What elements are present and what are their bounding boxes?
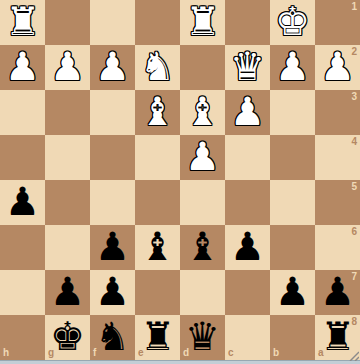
- piece-black-bishop[interactable]: ♝: [185, 224, 220, 269]
- square-a4[interactable]: 4: [315, 135, 360, 180]
- square-a5[interactable]: 5: [315, 180, 360, 225]
- square-c8[interactable]: c: [225, 315, 270, 360]
- square-b6[interactable]: [270, 225, 315, 270]
- piece-white-pawn[interactable]: ♟: [50, 44, 85, 89]
- square-c2[interactable]: ♛: [225, 45, 270, 90]
- piece-black-pawn[interactable]: ♟: [230, 224, 265, 269]
- square-h6[interactable]: [0, 225, 45, 270]
- square-g6[interactable]: [45, 225, 90, 270]
- square-e5[interactable]: [135, 180, 180, 225]
- square-a7[interactable]: ♟7: [315, 270, 360, 315]
- piece-white-pawn[interactable]: ♟: [320, 44, 355, 89]
- square-d6[interactable]: ♝: [180, 225, 225, 270]
- piece-white-pawn[interactable]: ♟: [230, 89, 265, 134]
- square-b4[interactable]: [270, 135, 315, 180]
- square-e7[interactable]: [135, 270, 180, 315]
- resize-grip-icon: [347, 349, 359, 361]
- square-b1[interactable]: ♚: [270, 0, 315, 45]
- square-e3[interactable]: ♝: [135, 90, 180, 135]
- piece-white-rook[interactable]: ♜: [185, 0, 220, 44]
- piece-black-pawn[interactable]: ♟: [50, 269, 85, 314]
- square-g4[interactable]: [45, 135, 90, 180]
- square-b7[interactable]: ♟: [270, 270, 315, 315]
- square-b2[interactable]: ♟: [270, 45, 315, 90]
- coord-rank-4: 4: [351, 137, 357, 147]
- piece-white-pawn[interactable]: ♟: [95, 44, 130, 89]
- piece-white-pawn[interactable]: ♟: [5, 44, 40, 89]
- coord-rank-1: 1: [351, 2, 357, 12]
- square-d8[interactable]: ♛d: [180, 315, 225, 360]
- square-b8[interactable]: b: [270, 315, 315, 360]
- square-g2[interactable]: ♟: [45, 45, 90, 90]
- piece-white-queen[interactable]: ♛: [230, 44, 265, 89]
- square-b5[interactable]: [270, 180, 315, 225]
- square-d5[interactable]: [180, 180, 225, 225]
- square-g3[interactable]: [45, 90, 90, 135]
- square-a6[interactable]: 6: [315, 225, 360, 270]
- coord-file-h: h: [3, 348, 9, 358]
- square-h8[interactable]: h: [0, 315, 45, 360]
- piece-white-bishop[interactable]: ♝: [185, 89, 220, 134]
- square-c3[interactable]: ♟: [225, 90, 270, 135]
- square-b3[interactable]: [270, 90, 315, 135]
- piece-black-pawn[interactable]: ♟: [95, 269, 130, 314]
- square-h5[interactable]: ♟: [0, 180, 45, 225]
- square-h2[interactable]: ♟: [0, 45, 45, 90]
- square-f6[interactable]: ♟: [90, 225, 135, 270]
- square-f5[interactable]: [90, 180, 135, 225]
- piece-white-king[interactable]: ♚: [275, 0, 310, 44]
- square-c1[interactable]: [225, 0, 270, 45]
- square-d2[interactable]: [180, 45, 225, 90]
- piece-black-queen[interactable]: ♛: [185, 314, 220, 359]
- piece-black-rook[interactable]: ♜: [140, 314, 175, 359]
- piece-black-pawn[interactable]: ♟: [95, 224, 130, 269]
- coord-file-b: b: [273, 348, 279, 358]
- coord-rank-5: 5: [351, 182, 357, 192]
- piece-white-rook[interactable]: ♜: [5, 0, 40, 44]
- square-d1[interactable]: ♜: [180, 0, 225, 45]
- square-h7[interactable]: [0, 270, 45, 315]
- square-a2[interactable]: ♟2: [315, 45, 360, 90]
- square-f8[interactable]: ♞f: [90, 315, 135, 360]
- piece-black-knight[interactable]: ♞: [95, 314, 130, 359]
- coord-file-c: c: [228, 348, 234, 358]
- square-f1[interactable]: [90, 0, 135, 45]
- piece-black-pawn[interactable]: ♟: [275, 269, 310, 314]
- square-d3[interactable]: ♝: [180, 90, 225, 135]
- square-d7[interactable]: [180, 270, 225, 315]
- square-f3[interactable]: [90, 90, 135, 135]
- board-resize-handle[interactable]: [347, 347, 359, 359]
- square-e1[interactable]: [135, 0, 180, 45]
- square-e2[interactable]: ♞: [135, 45, 180, 90]
- piece-white-bishop[interactable]: ♝: [140, 89, 175, 134]
- piece-black-bishop[interactable]: ♝: [140, 224, 175, 269]
- square-a1[interactable]: 1: [315, 0, 360, 45]
- square-a3[interactable]: 3: [315, 90, 360, 135]
- piece-white-pawn[interactable]: ♟: [275, 44, 310, 89]
- square-e4[interactable]: [135, 135, 180, 180]
- square-g7[interactable]: ♟: [45, 270, 90, 315]
- square-f4[interactable]: [90, 135, 135, 180]
- square-f2[interactable]: ♟: [90, 45, 135, 90]
- square-c7[interactable]: [225, 270, 270, 315]
- square-d4[interactable]: ♟: [180, 135, 225, 180]
- piece-white-knight[interactable]: ♞: [140, 44, 175, 89]
- coord-rank-6: 6: [351, 227, 357, 237]
- square-h1[interactable]: ♜: [0, 0, 45, 45]
- square-g5[interactable]: [45, 180, 90, 225]
- square-h4[interactable]: [0, 135, 45, 180]
- square-e8[interactable]: ♜e: [135, 315, 180, 360]
- piece-black-king[interactable]: ♚: [50, 314, 85, 359]
- square-g8[interactable]: ♚g: [45, 315, 90, 360]
- piece-black-pawn[interactable]: ♟: [5, 179, 40, 224]
- square-c5[interactable]: [225, 180, 270, 225]
- piece-black-pawn[interactable]: ♟: [320, 269, 355, 314]
- chess-board: ♜♜♚1♟♟♟♞♛♟♟2♝♝♟3♟4♟5♟♝♝♟6♟♟♟♟7h♚g♞f♜e♛dc…: [0, 0, 360, 360]
- square-g1[interactable]: [45, 0, 90, 45]
- piece-white-pawn[interactable]: ♟: [185, 134, 220, 179]
- square-c6[interactable]: ♟: [225, 225, 270, 270]
- square-e6[interactable]: ♝: [135, 225, 180, 270]
- square-f7[interactable]: ♟: [90, 270, 135, 315]
- chess-board-widget: ♜♜♚1♟♟♟♞♛♟♟2♝♝♟3♟4♟5♟♝♝♟6♟♟♟♟7h♚g♞f♜e♛dc…: [0, 0, 360, 364]
- page-background-strip: [0, 360, 360, 364]
- square-c4[interactable]: [225, 135, 270, 180]
- coord-rank-3: 3: [351, 92, 357, 102]
- square-h3[interactable]: [0, 90, 45, 135]
